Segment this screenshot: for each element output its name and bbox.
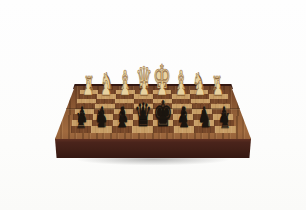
black-knight[interactable]: ♞ [198, 107, 212, 132]
white-pawn[interactable]: ♟ [138, 77, 149, 97]
white-pawn[interactable]: ♟ [82, 77, 93, 97]
black-rook[interactable]: ♜ [75, 111, 86, 132]
board-front-face [55, 139, 251, 158]
white-pawn[interactable]: ♟ [175, 77, 186, 97]
white-pawn[interactable]: ♟ [101, 77, 112, 97]
white-pawn[interactable]: ♟ [213, 77, 224, 97]
black-bishop[interactable]: ♝ [176, 103, 192, 131]
black-bishop[interactable]: ♝ [114, 103, 130, 131]
black-queen[interactable]: ♛ [134, 99, 152, 132]
white-pawn[interactable]: ♟ [194, 77, 205, 97]
black-rook[interactable]: ♜ [219, 111, 230, 132]
product-photo-scene: ♜♞♝♛♚♝♞♜♟♟♟♟♟♟♟♟♟♟♟♟♟♟♟♟♜♞♝♛♚♝♞♜ [0, 0, 306, 210]
black-knight[interactable]: ♞ [95, 107, 109, 132]
white-pawn[interactable]: ♟ [119, 77, 130, 97]
black-king[interactable]: ♚ [153, 96, 173, 132]
